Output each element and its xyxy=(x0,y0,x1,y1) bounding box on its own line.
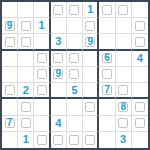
cell-r6c6[interactable] xyxy=(83,83,99,99)
cell-r9c7[interactable] xyxy=(99,132,115,148)
high-digit-marker: 9 xyxy=(85,37,95,47)
high-digit-marker xyxy=(37,135,47,145)
cell-r7c8[interactable]: 8 xyxy=(116,99,132,115)
high-digit-marker xyxy=(118,85,128,95)
cell-r4c8[interactable] xyxy=(116,51,132,67)
cell-r9c6[interactable] xyxy=(83,132,99,148)
high-digit-marker xyxy=(118,5,128,15)
high-digit-marker xyxy=(102,5,112,15)
high-digit-marker xyxy=(21,37,31,47)
high-digit-marker xyxy=(37,53,47,63)
high-digit-marker xyxy=(53,5,63,15)
cell-r1c3[interactable] xyxy=(34,2,50,18)
cell-r5c4[interactable]: 9 xyxy=(51,67,67,83)
given-digit: 7 xyxy=(104,85,110,95)
high-digit-marker xyxy=(21,118,31,128)
cell-r6c9[interactable] xyxy=(132,83,148,99)
cell-r4c9[interactable]: 4 xyxy=(132,51,148,67)
cell-r2c2[interactable] xyxy=(18,18,34,34)
cell-r4c2[interactable] xyxy=(18,51,34,67)
cell-r5c7[interactable] xyxy=(99,67,115,83)
high-digit-marker xyxy=(69,69,79,79)
cell-r5c5[interactable] xyxy=(67,67,83,83)
high-digit-marker: 7 xyxy=(5,118,15,128)
high-digit-marker xyxy=(102,69,112,79)
given-digit: 3 xyxy=(55,36,61,47)
given-digit: 7 xyxy=(7,118,13,128)
cell-r1c4[interactable] xyxy=(51,2,67,18)
given-digit: 5 xyxy=(71,85,77,96)
cell-r4c5[interactable] xyxy=(67,51,83,67)
cell-r9c8[interactable]: 3 xyxy=(116,132,132,148)
high-digit-marker: 9 xyxy=(5,21,15,31)
cell-r4c6[interactable] xyxy=(83,51,99,67)
cell-r6c7[interactable]: 7 xyxy=(99,83,115,99)
cell-r8c3[interactable] xyxy=(34,116,50,132)
cell-r8c2[interactable] xyxy=(18,116,34,132)
cell-r9c1[interactable] xyxy=(2,132,18,148)
cell-r1c8[interactable] xyxy=(116,2,132,18)
high-digit-marker: 9 xyxy=(53,69,63,79)
high-digit-marker xyxy=(69,53,79,63)
cell-r1c7[interactable] xyxy=(99,2,115,18)
cell-r7c2[interactable] xyxy=(18,99,34,115)
high-digit-marker xyxy=(135,118,145,128)
cell-r8c4[interactable]: 4 xyxy=(51,116,67,132)
cell-r6c8[interactable] xyxy=(116,83,132,99)
cell-r6c4[interactable] xyxy=(51,83,67,99)
cell-r3c5[interactable] xyxy=(67,34,83,50)
high-digit-marker xyxy=(85,102,95,112)
high-digit-marker xyxy=(21,102,31,112)
cell-r6c1[interactable] xyxy=(2,83,18,99)
high-digit-marker: 7 xyxy=(102,85,112,95)
given-digit: 4 xyxy=(55,118,61,129)
cell-r6c2[interactable]: 2 xyxy=(18,83,34,99)
cell-r7c5[interactable] xyxy=(67,99,83,115)
cell-r4c1[interactable] xyxy=(2,51,18,67)
cell-r1c1[interactable] xyxy=(2,2,18,18)
cell-r3c1[interactable] xyxy=(2,34,18,50)
cell-r1c9[interactable] xyxy=(132,2,148,18)
high-digit-marker xyxy=(37,85,47,95)
cell-r8c6[interactable] xyxy=(83,116,99,132)
cell-r5c6[interactable] xyxy=(83,67,99,83)
cell-r8c1[interactable]: 7 xyxy=(2,116,18,132)
cell-r5c9[interactable] xyxy=(132,67,148,83)
cell-r2c8[interactable] xyxy=(116,18,132,34)
high-digit-marker xyxy=(118,118,128,128)
cell-r2c3[interactable]: 1 xyxy=(34,18,50,34)
high-digit-marker xyxy=(135,37,145,47)
cell-r7c7[interactable] xyxy=(99,99,115,115)
cell-r7c4[interactable] xyxy=(51,99,67,115)
high-digit-marker xyxy=(37,69,47,79)
cell-r6c5[interactable]: 5 xyxy=(67,83,83,99)
cell-r2c6[interactable] xyxy=(83,18,99,34)
cell-r8c5[interactable] xyxy=(67,116,83,132)
given-digit: 9 xyxy=(87,37,93,47)
given-digit: 1 xyxy=(23,134,29,145)
high-digit-marker xyxy=(85,135,95,145)
given-digit: 9 xyxy=(7,21,13,31)
cell-r7c1[interactable] xyxy=(2,99,18,115)
cell-r4c4[interactable] xyxy=(51,51,67,67)
cell-r7c6[interactable] xyxy=(83,99,99,115)
given-digit: 6 xyxy=(104,53,110,63)
high-digit-marker xyxy=(85,21,95,31)
cell-r7c3[interactable] xyxy=(34,99,50,115)
cell-r1c2[interactable] xyxy=(18,2,34,18)
sudoku-board: 1913964925787413 xyxy=(0,0,150,150)
cell-r2c5[interactable] xyxy=(67,18,83,34)
cell-r2c7[interactable] xyxy=(99,18,115,34)
given-digit: 3 xyxy=(120,134,126,145)
given-digit: 1 xyxy=(38,20,44,31)
cell-r8c7[interactable] xyxy=(99,116,115,132)
cell-r9c5[interactable] xyxy=(67,132,83,148)
cell-r2c4[interactable] xyxy=(51,18,67,34)
high-digit-marker xyxy=(53,53,63,63)
cell-r3c3[interactable] xyxy=(34,34,50,50)
cell-r9c3[interactable] xyxy=(34,132,50,148)
high-digit-marker xyxy=(53,135,63,145)
cell-r5c8[interactable] xyxy=(116,67,132,83)
cell-r3c4[interactable]: 3 xyxy=(51,34,67,50)
given-digit: 8 xyxy=(120,102,126,112)
given-digit: 1 xyxy=(87,4,93,15)
cell-r3c7[interactable] xyxy=(99,34,115,50)
cell-r9c2[interactable]: 1 xyxy=(18,132,34,148)
cell-r3c6[interactable]: 9 xyxy=(83,34,99,50)
high-digit-marker xyxy=(135,102,145,112)
high-digit-marker xyxy=(69,135,79,145)
cell-r1c6[interactable]: 1 xyxy=(83,2,99,18)
high-digit-marker: 6 xyxy=(102,53,112,63)
given-digit: 4 xyxy=(137,53,143,64)
cell-r3c8[interactable] xyxy=(116,34,132,50)
high-digit-marker: 8 xyxy=(118,102,128,112)
cell-r6c3[interactable] xyxy=(34,83,50,99)
cell-r3c9[interactable] xyxy=(132,34,148,50)
cell-r4c3[interactable] xyxy=(34,51,50,67)
cell-r9c9[interactable] xyxy=(132,132,148,148)
high-digit-marker xyxy=(5,85,15,95)
cell-r8c8[interactable] xyxy=(116,116,132,132)
cell-r2c1[interactable]: 9 xyxy=(2,18,18,34)
given-digit: 9 xyxy=(55,69,61,79)
high-digit-marker xyxy=(5,37,15,47)
cell-r2c9[interactable] xyxy=(132,18,148,34)
cell-r1c5[interactable] xyxy=(67,2,83,18)
cell-r7c9[interactable] xyxy=(132,99,148,115)
given-digit: 2 xyxy=(23,85,29,96)
high-digit-marker xyxy=(135,21,145,31)
cell-r5c2[interactable] xyxy=(18,67,34,83)
high-digit-marker xyxy=(21,21,31,31)
cell-r9c4[interactable] xyxy=(51,132,67,148)
cell-r5c3[interactable] xyxy=(34,67,50,83)
cell-r5c1[interactable] xyxy=(2,67,18,83)
cell-r3c2[interactable] xyxy=(18,34,34,50)
cell-r4c7[interactable]: 6 xyxy=(99,51,115,67)
cell-r8c9[interactable] xyxy=(132,116,148,132)
high-digit-marker xyxy=(69,5,79,15)
